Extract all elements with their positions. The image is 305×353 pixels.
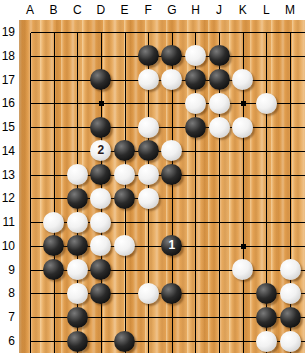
go-board-viewer: ABCDEFGHJKLM 191817161514131211109876 21 [0,0,305,353]
star-point-D16 [99,101,104,106]
row-label-7: 7 [0,310,15,324]
stone-black-E6[interactable] [114,331,135,352]
row-label-13: 13 [0,168,15,182]
stone-white-H16[interactable] [185,93,206,114]
stone-white-D11[interactable] [90,212,111,233]
stone-black-G10[interactable]: 1 [161,235,182,256]
row-label-10: 10 [0,239,15,253]
column-label-D: D [93,3,109,17]
column-label-F: F [140,3,156,17]
row-label-16: 16 [0,96,15,110]
stone-black-J17[interactable] [209,69,230,90]
stone-black-F14[interactable] [138,140,159,161]
star-point-K10 [241,244,246,249]
stone-white-F8[interactable] [138,283,159,304]
stone-white-M6[interactable] [280,331,301,352]
column-label-H: H [187,3,203,17]
stone-black-L7[interactable] [256,307,277,328]
stone-white-C13[interactable] [67,164,88,185]
column-label-E: E [117,3,133,17]
stone-white-K15[interactable] [232,117,253,138]
stone-white-C8[interactable] [67,283,88,304]
stone-white-E13[interactable] [114,164,135,185]
column-label-J: J [211,3,227,17]
stone-white-L6[interactable] [256,331,277,352]
column-label-B: B [46,3,62,17]
stone-black-L8[interactable] [256,283,277,304]
stone-white-M8[interactable] [280,283,301,304]
stone-white-J16[interactable] [209,93,230,114]
column-label-L: L [258,3,274,17]
stone-black-M7[interactable] [280,307,301,328]
stone-black-D15[interactable] [90,117,111,138]
stone-black-H15[interactable] [185,117,206,138]
stone-black-E12[interactable] [114,188,135,209]
move-number-label: 1 [161,235,182,256]
stone-black-C7[interactable] [67,307,88,328]
stone-white-F13[interactable] [138,164,159,185]
move-number-label: 2 [90,140,111,161]
row-label-17: 17 [0,73,15,87]
star-point-K16 [241,101,246,106]
row-label-15: 15 [0,120,15,134]
stone-black-J18[interactable] [209,45,230,66]
stone-black-C12[interactable] [67,188,88,209]
column-label-C: C [69,3,85,17]
stone-white-B11[interactable] [43,212,64,233]
row-label-8: 8 [0,286,15,300]
column-label-M: M [282,3,298,17]
stone-black-C6[interactable] [67,331,88,352]
row-label-11: 11 [0,215,15,229]
row-label-12: 12 [0,191,15,205]
stone-white-F12[interactable] [138,188,159,209]
row-label-19: 19 [0,25,15,39]
stone-black-H17[interactable] [185,69,206,90]
stone-white-D14[interactable]: 2 [90,140,111,161]
stone-black-F18[interactable] [138,45,159,66]
column-label-A: A [22,3,38,17]
stone-white-M9[interactable] [280,259,301,280]
stone-white-C9[interactable] [67,259,88,280]
row-label-9: 9 [0,263,15,277]
stone-white-J15[interactable] [209,117,230,138]
row-label-14: 14 [0,144,15,158]
stone-white-F17[interactable] [138,69,159,90]
row-label-6: 6 [0,334,15,348]
column-label-G: G [164,3,180,17]
stone-white-C11[interactable] [67,212,88,233]
row-label-18: 18 [0,49,15,63]
stone-white-F15[interactable] [138,117,159,138]
stone-white-L16[interactable] [256,93,277,114]
column-label-K: K [235,3,251,17]
